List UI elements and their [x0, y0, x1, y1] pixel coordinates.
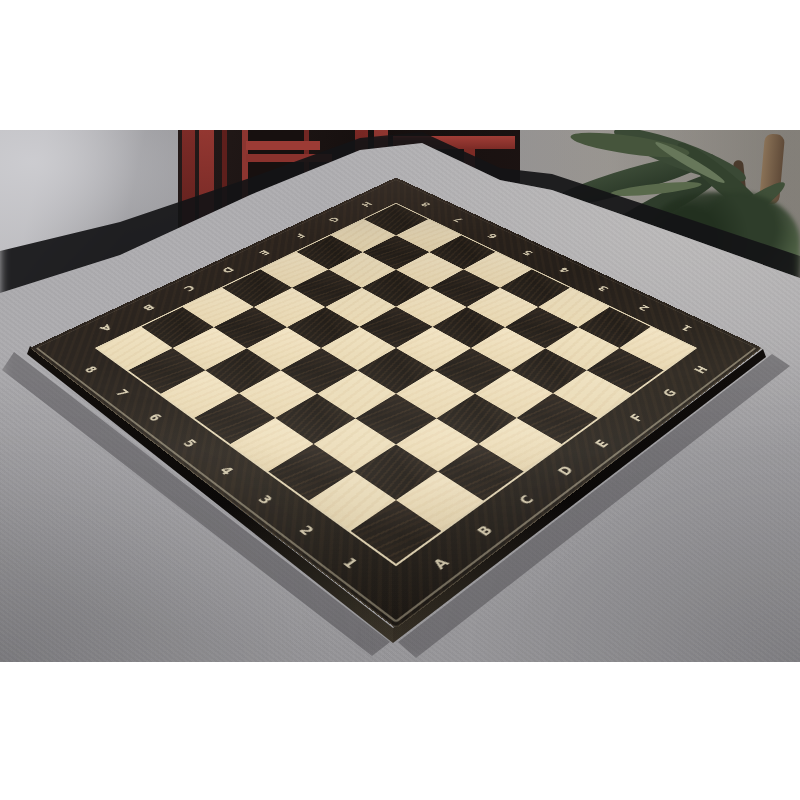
white-matte-top — [0, 0, 800, 130]
white-matte-bottom — [0, 662, 800, 800]
cabinet-rail — [246, 141, 320, 150]
photo-scene: 8877665544332211HHGGFFEEDDCCBBAA — [0, 130, 800, 662]
